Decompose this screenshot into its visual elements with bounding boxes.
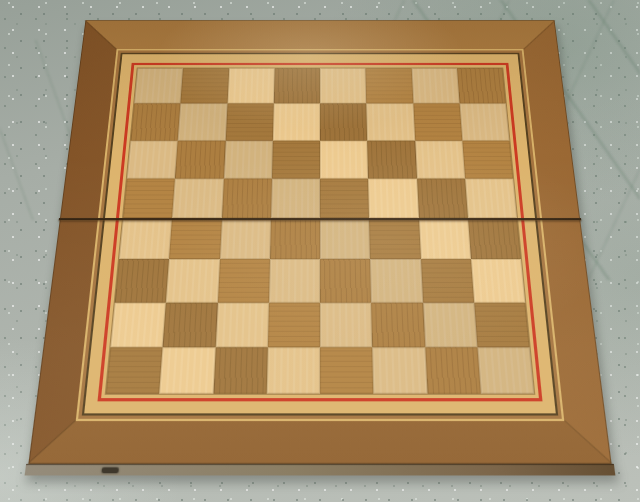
square-c7[interactable] bbox=[225, 104, 273, 141]
square-g4[interactable] bbox=[419, 218, 471, 259]
square-c5[interactable] bbox=[222, 178, 272, 218]
square-e5[interactable] bbox=[320, 178, 369, 218]
square-h8[interactable] bbox=[457, 68, 506, 103]
square-b1[interactable] bbox=[159, 347, 215, 394]
square-d4[interactable] bbox=[270, 218, 320, 259]
square-e4[interactable] bbox=[320, 218, 370, 259]
square-g6[interactable] bbox=[415, 140, 465, 178]
square-h5[interactable] bbox=[465, 178, 517, 218]
square-e6[interactable] bbox=[320, 140, 368, 178]
square-h6[interactable] bbox=[462, 140, 513, 178]
square-e1[interactable] bbox=[320, 347, 374, 394]
square-f4[interactable] bbox=[369, 218, 420, 259]
square-b3[interactable] bbox=[166, 259, 219, 302]
square-e7[interactable] bbox=[320, 104, 367, 141]
maple-pinstripe-inlay bbox=[76, 49, 565, 421]
square-a5[interactable] bbox=[123, 178, 175, 218]
square-d6[interactable] bbox=[272, 140, 320, 178]
square-h4[interactable] bbox=[468, 218, 521, 259]
square-c6[interactable] bbox=[223, 140, 272, 178]
square-e2[interactable] bbox=[320, 302, 372, 347]
square-g1[interactable] bbox=[425, 347, 481, 394]
red-pinstripe-border bbox=[97, 63, 542, 402]
fold-seam-hinge bbox=[59, 218, 582, 221]
square-d8[interactable] bbox=[274, 68, 320, 103]
square-d1[interactable] bbox=[266, 347, 320, 394]
square-a7[interactable] bbox=[131, 104, 181, 141]
square-a4[interactable] bbox=[119, 218, 172, 259]
square-g7[interactable] bbox=[413, 104, 462, 141]
square-a6[interactable] bbox=[127, 140, 178, 178]
square-f3[interactable] bbox=[370, 259, 422, 302]
square-e3[interactable] bbox=[320, 259, 371, 302]
square-f6[interactable] bbox=[367, 140, 416, 178]
square-b7[interactable] bbox=[178, 104, 227, 141]
board-side-edge bbox=[25, 464, 616, 476]
square-c8[interactable] bbox=[227, 68, 274, 103]
square-a8[interactable] bbox=[134, 68, 183, 103]
square-d3[interactable] bbox=[269, 259, 320, 302]
square-a3[interactable] bbox=[115, 259, 169, 302]
board-scene bbox=[0, 0, 640, 502]
square-g2[interactable] bbox=[423, 302, 478, 347]
square-b5[interactable] bbox=[172, 178, 223, 218]
playing-area bbox=[105, 67, 536, 394]
square-c3[interactable] bbox=[217, 259, 269, 302]
square-b4[interactable] bbox=[169, 218, 221, 259]
square-f7[interactable] bbox=[366, 104, 414, 141]
square-a2[interactable] bbox=[110, 302, 166, 347]
chess-board bbox=[28, 20, 611, 464]
square-d5[interactable] bbox=[271, 178, 320, 218]
square-f5[interactable] bbox=[368, 178, 418, 218]
square-d2[interactable] bbox=[268, 302, 320, 347]
square-g5[interactable] bbox=[417, 178, 468, 218]
square-h2[interactable] bbox=[474, 302, 530, 347]
square-g8[interactable] bbox=[411, 68, 459, 103]
square-f1[interactable] bbox=[372, 347, 427, 394]
square-f8[interactable] bbox=[366, 68, 413, 103]
inlay-groove-and-maple-band bbox=[82, 53, 558, 416]
square-e8[interactable] bbox=[320, 68, 366, 103]
stone-floor-background bbox=[0, 0, 640, 502]
clasp-hinge bbox=[102, 467, 119, 473]
square-g3[interactable] bbox=[421, 259, 474, 302]
square-b2[interactable] bbox=[163, 302, 218, 347]
square-a1[interactable] bbox=[106, 347, 163, 394]
square-c2[interactable] bbox=[215, 302, 268, 347]
square-h3[interactable] bbox=[471, 259, 525, 302]
square-b6[interactable] bbox=[175, 140, 225, 178]
square-h1[interactable] bbox=[477, 347, 534, 394]
square-b8[interactable] bbox=[181, 68, 229, 103]
square-f2[interactable] bbox=[371, 302, 424, 347]
square-c1[interactable] bbox=[213, 347, 268, 394]
square-d7[interactable] bbox=[273, 104, 320, 141]
square-h7[interactable] bbox=[459, 104, 509, 141]
square-c4[interactable] bbox=[219, 218, 270, 259]
